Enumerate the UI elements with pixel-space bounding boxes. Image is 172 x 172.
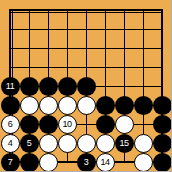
board-point[interactable]: [20, 39, 39, 58]
black-stone: 5: [20, 134, 39, 153]
black-stone: [134, 96, 153, 115]
move-number-label: 3: [84, 158, 89, 167]
board-point[interactable]: [153, 39, 172, 58]
board-point[interactable]: [96, 115, 115, 134]
board-point[interactable]: [77, 134, 96, 153]
black-stone: 7: [1, 153, 20, 172]
go-board-grid: 1161045157314: [1, 1, 172, 172]
black-stone: [115, 96, 134, 115]
board-point[interactable]: 4: [1, 134, 20, 153]
board-point[interactable]: [77, 20, 96, 39]
board-point[interactable]: 11: [1, 77, 20, 96]
board-point[interactable]: [153, 20, 172, 39]
board-point[interactable]: [134, 96, 153, 115]
black-stone: 15: [115, 134, 134, 153]
black-stone: 11: [1, 77, 20, 96]
board-point[interactable]: [134, 153, 153, 172]
board-point[interactable]: 5: [20, 134, 39, 153]
white-stone: 4: [1, 134, 20, 153]
board-point[interactable]: [96, 20, 115, 39]
board-point[interactable]: [115, 96, 134, 115]
board-point[interactable]: [134, 58, 153, 77]
board-point[interactable]: [58, 134, 77, 153]
board-point[interactable]: [77, 1, 96, 20]
black-stone: [96, 96, 115, 115]
board-point[interactable]: [96, 58, 115, 77]
board-point[interactable]: [115, 39, 134, 58]
board-point[interactable]: 7: [1, 153, 20, 172]
white-stone: [58, 96, 77, 115]
white-stone: [134, 134, 153, 153]
board-point[interactable]: 6: [1, 115, 20, 134]
board-point[interactable]: [58, 96, 77, 115]
black-stone: [20, 115, 39, 134]
move-number-label: 14: [100, 158, 109, 167]
board-point[interactable]: [58, 153, 77, 172]
board-point[interactable]: [134, 39, 153, 58]
board-point[interactable]: 10: [58, 115, 77, 134]
white-stone: 6: [1, 115, 20, 134]
board-point[interactable]: [39, 134, 58, 153]
board-point[interactable]: [58, 20, 77, 39]
move-number-label: 5: [27, 139, 32, 148]
move-number-label: 11: [6, 82, 14, 91]
board-point[interactable]: 15: [115, 134, 134, 153]
board-point[interactable]: [20, 77, 39, 96]
board-point[interactable]: 3: [77, 153, 96, 172]
black-stone: [153, 115, 172, 134]
board-point[interactable]: [20, 58, 39, 77]
move-number-label: 15: [119, 139, 128, 148]
board-point[interactable]: [115, 20, 134, 39]
board-point[interactable]: [96, 39, 115, 58]
white-stone: [115, 115, 134, 134]
board-point[interactable]: [58, 1, 77, 20]
board-point[interactable]: [58, 58, 77, 77]
board-point[interactable]: [153, 115, 172, 134]
board-point[interactable]: [39, 153, 58, 172]
move-number-label: 7: [8, 158, 13, 167]
black-stone: [1, 96, 20, 115]
white-stone: [39, 134, 58, 153]
white-stone: 14: [96, 153, 115, 172]
board-point[interactable]: [20, 153, 39, 172]
board-point[interactable]: [96, 1, 115, 20]
board-point[interactable]: [115, 1, 134, 20]
board-point[interactable]: 14: [96, 153, 115, 172]
white-stone: [134, 153, 153, 172]
white-stone: [77, 96, 96, 115]
board-point[interactable]: [39, 39, 58, 58]
board-point[interactable]: [134, 20, 153, 39]
white-stone: [58, 134, 77, 153]
board-point[interactable]: [115, 58, 134, 77]
board-point[interactable]: [77, 115, 96, 134]
white-stone: [39, 96, 58, 115]
board-point[interactable]: [1, 1, 20, 20]
board-point[interactable]: [77, 58, 96, 77]
board-point[interactable]: [39, 77, 58, 96]
black-stone: [153, 96, 172, 115]
white-stone: 10: [58, 115, 77, 134]
board-point[interactable]: [20, 20, 39, 39]
board-point[interactable]: [115, 115, 134, 134]
white-stone: [96, 134, 115, 153]
black-stone: [96, 115, 115, 134]
board-point[interactable]: [134, 134, 153, 153]
black-stone: [20, 153, 39, 172]
board-point[interactable]: [39, 20, 58, 39]
board-point[interactable]: [115, 77, 134, 96]
board-point[interactable]: [77, 96, 96, 115]
board-point[interactable]: [96, 96, 115, 115]
move-number-label: 4: [8, 139, 13, 148]
board-point[interactable]: [134, 77, 153, 96]
board-point[interactable]: [153, 134, 172, 153]
black-stone: 3: [77, 153, 96, 172]
board-point[interactable]: [153, 96, 172, 115]
board-point[interactable]: [153, 1, 172, 20]
black-stone: [39, 77, 58, 96]
board-point[interactable]: [96, 134, 115, 153]
board-point[interactable]: [39, 96, 58, 115]
white-stone: [77, 134, 96, 153]
board-point[interactable]: [1, 58, 20, 77]
board-point[interactable]: [1, 39, 20, 58]
white-stone: [39, 153, 58, 172]
board-point[interactable]: [153, 58, 172, 77]
board-point[interactable]: [20, 1, 39, 20]
board-point[interactable]: [58, 77, 77, 96]
board-point[interactable]: [134, 115, 153, 134]
board-point[interactable]: [39, 1, 58, 20]
board-point[interactable]: [1, 20, 20, 39]
go-board: 1161045157314: [0, 0, 171, 171]
board-point[interactable]: [20, 115, 39, 134]
board-point[interactable]: [39, 115, 58, 134]
board-point[interactable]: [20, 96, 39, 115]
board-point[interactable]: [153, 153, 172, 172]
board-point[interactable]: [96, 77, 115, 96]
black-stone: [39, 115, 58, 134]
board-point[interactable]: [77, 77, 96, 96]
board-point[interactable]: [77, 39, 96, 58]
black-stone: [58, 77, 77, 96]
white-stone: [20, 96, 39, 115]
board-point[interactable]: [58, 39, 77, 58]
move-number-label: 6: [8, 120, 13, 129]
black-stone: [20, 77, 39, 96]
move-number-label: 10: [62, 120, 71, 129]
black-stone: [153, 134, 172, 153]
board-point[interactable]: [115, 153, 134, 172]
black-stone: [77, 77, 96, 96]
board-point[interactable]: [1, 96, 20, 115]
board-point[interactable]: [134, 1, 153, 20]
board-point[interactable]: [39, 58, 58, 77]
board-point[interactable]: [153, 77, 172, 96]
black-stone: [153, 153, 172, 172]
